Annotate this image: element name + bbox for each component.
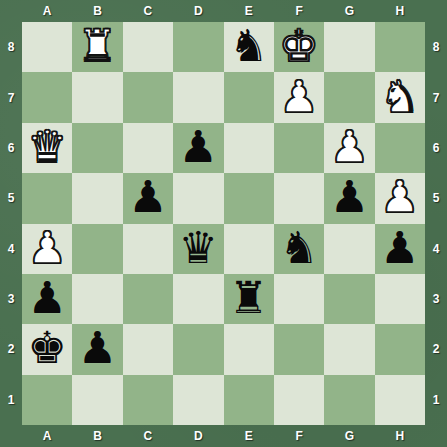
square-f2[interactable] bbox=[274, 324, 324, 374]
square-d1[interactable] bbox=[173, 375, 223, 425]
square-h5[interactable]: ♟ bbox=[375, 173, 425, 223]
square-b3[interactable] bbox=[72, 274, 122, 324]
square-a8[interactable] bbox=[22, 22, 72, 72]
square-f4[interactable]: ♞ bbox=[274, 224, 324, 274]
square-f1[interactable] bbox=[274, 375, 324, 425]
square-a7[interactable] bbox=[22, 72, 72, 122]
square-g3[interactable] bbox=[324, 274, 374, 324]
rank-label-6-left: 6 bbox=[0, 123, 22, 173]
square-c3[interactable] bbox=[123, 274, 173, 324]
file-label-c-top: C bbox=[123, 0, 173, 22]
file-label-b-top: B bbox=[72, 0, 122, 22]
square-b1[interactable] bbox=[72, 375, 122, 425]
piece-black-knight-f4[interactable]: ♞ bbox=[279, 226, 318, 270]
square-h8[interactable] bbox=[375, 22, 425, 72]
rank-label-2-left: 2 bbox=[0, 324, 22, 374]
square-d5[interactable] bbox=[173, 173, 223, 223]
square-c4[interactable] bbox=[123, 224, 173, 274]
square-c1[interactable] bbox=[123, 375, 173, 425]
piece-white-pawn-a4[interactable]: ♟ bbox=[27, 226, 66, 270]
piece-white-king-f8[interactable]: ♚ bbox=[279, 24, 318, 68]
piece-black-king-a2[interactable]: ♚ bbox=[27, 326, 66, 370]
square-c8[interactable] bbox=[123, 22, 173, 72]
square-g1[interactable] bbox=[324, 375, 374, 425]
square-e6[interactable] bbox=[224, 123, 274, 173]
square-d2[interactable] bbox=[173, 324, 223, 374]
piece-black-knight-e8[interactable]: ♞ bbox=[229, 24, 268, 68]
square-b4[interactable] bbox=[72, 224, 122, 274]
square-d7[interactable] bbox=[173, 72, 223, 122]
file-label-b-bottom: B bbox=[72, 425, 122, 447]
rank-label-1-left: 1 bbox=[0, 375, 22, 425]
square-b2[interactable]: ♟ bbox=[72, 324, 122, 374]
piece-white-knight-h7[interactable]: ♞ bbox=[380, 75, 419, 119]
square-a6[interactable]: ♛ bbox=[22, 123, 72, 173]
square-h7[interactable]: ♞ bbox=[375, 72, 425, 122]
piece-black-pawn-b2[interactable]: ♟ bbox=[78, 326, 117, 370]
square-h1[interactable] bbox=[375, 375, 425, 425]
square-a2[interactable]: ♚ bbox=[22, 324, 72, 374]
square-d3[interactable] bbox=[173, 274, 223, 324]
square-e1[interactable] bbox=[224, 375, 274, 425]
file-label-g-top: G bbox=[324, 0, 374, 22]
square-h4[interactable]: ♟ bbox=[375, 224, 425, 274]
square-e7[interactable] bbox=[224, 72, 274, 122]
square-e4[interactable] bbox=[224, 224, 274, 274]
file-label-h-bottom: H bbox=[375, 425, 425, 447]
square-c7[interactable] bbox=[123, 72, 173, 122]
square-f7[interactable]: ♟ bbox=[274, 72, 324, 122]
square-h2[interactable] bbox=[375, 324, 425, 374]
piece-black-pawn-g5[interactable]: ♟ bbox=[330, 175, 369, 219]
square-f3[interactable] bbox=[274, 274, 324, 324]
rank-label-5-right: 5 bbox=[425, 173, 447, 223]
piece-black-pawn-d6[interactable]: ♟ bbox=[179, 125, 218, 169]
square-d4[interactable]: ♛ bbox=[173, 224, 223, 274]
rank-label-4-left: 4 bbox=[0, 224, 22, 274]
rank-label-5-left: 5 bbox=[0, 173, 22, 223]
rank-label-3-left: 3 bbox=[0, 274, 22, 324]
square-g8[interactable] bbox=[324, 22, 374, 72]
file-label-f-top: F bbox=[274, 0, 324, 22]
square-h6[interactable] bbox=[375, 123, 425, 173]
rank-label-1-right: 1 bbox=[425, 375, 447, 425]
piece-black-pawn-c5[interactable]: ♟ bbox=[128, 175, 167, 219]
file-label-a-top: A bbox=[22, 0, 72, 22]
file-label-f-bottom: F bbox=[274, 425, 324, 447]
rank-label-7-right: 7 bbox=[425, 72, 447, 122]
piece-black-rook-e3[interactable]: ♜ bbox=[229, 276, 268, 320]
file-label-g-bottom: G bbox=[324, 425, 374, 447]
file-label-a-bottom: A bbox=[22, 425, 72, 447]
square-d8[interactable] bbox=[173, 22, 223, 72]
rank-label-7-left: 7 bbox=[0, 72, 22, 122]
rank-labels-right: 87654321 bbox=[425, 22, 447, 425]
square-c5[interactable]: ♟ bbox=[123, 173, 173, 223]
square-g7[interactable] bbox=[324, 72, 374, 122]
square-g5[interactable]: ♟ bbox=[324, 173, 374, 223]
rank-label-8-right: 8 bbox=[425, 22, 447, 72]
square-b6[interactable] bbox=[72, 123, 122, 173]
rank-labels-left: 87654321 bbox=[0, 22, 22, 425]
square-e5[interactable] bbox=[224, 173, 274, 223]
square-a5[interactable] bbox=[22, 173, 72, 223]
file-label-d-bottom: D bbox=[173, 425, 223, 447]
square-g4[interactable] bbox=[324, 224, 374, 274]
square-g6[interactable]: ♟ bbox=[324, 123, 374, 173]
square-c6[interactable] bbox=[123, 123, 173, 173]
file-label-c-bottom: C bbox=[123, 425, 173, 447]
file-labels-bottom: ABCDEFGH bbox=[22, 425, 425, 447]
file-label-e-top: E bbox=[224, 0, 274, 22]
piece-white-rook-b8[interactable]: ♜ bbox=[78, 24, 117, 68]
square-g2[interactable] bbox=[324, 324, 374, 374]
square-e8[interactable]: ♞ bbox=[224, 22, 274, 72]
piece-white-pawn-h5[interactable]: ♟ bbox=[380, 175, 419, 219]
square-d6[interactable]: ♟ bbox=[173, 123, 223, 173]
rank-label-4-right: 4 bbox=[425, 224, 447, 274]
piece-white-queen-a6[interactable]: ♛ bbox=[27, 125, 66, 169]
piece-black-pawn-h4[interactable]: ♟ bbox=[380, 226, 419, 270]
square-b5[interactable] bbox=[72, 173, 122, 223]
square-f5[interactable] bbox=[274, 173, 324, 223]
rank-label-2-right: 2 bbox=[425, 324, 447, 374]
square-c2[interactable] bbox=[123, 324, 173, 374]
square-a3[interactable]: ♟ bbox=[22, 274, 72, 324]
board: ♜♞♚♟♞♛♟♟♟♟♟♟♛♞♟♟♜♚♟ bbox=[22, 22, 425, 425]
square-b7[interactable] bbox=[72, 72, 122, 122]
square-f8[interactable]: ♚ bbox=[274, 22, 324, 72]
square-a4[interactable]: ♟ bbox=[22, 224, 72, 274]
square-h3[interactable] bbox=[375, 274, 425, 324]
rank-label-6-right: 6 bbox=[425, 123, 447, 173]
rank-label-3-right: 3 bbox=[425, 274, 447, 324]
file-label-d-top: D bbox=[173, 0, 223, 22]
square-f6[interactable] bbox=[274, 123, 324, 173]
square-a1[interactable] bbox=[22, 375, 72, 425]
file-labels-top: ABCDEFGH bbox=[22, 0, 425, 22]
square-e2[interactable] bbox=[224, 324, 274, 374]
piece-white-pawn-f7[interactable]: ♟ bbox=[279, 75, 318, 119]
file-label-h-top: H bbox=[375, 0, 425, 22]
file-label-e-bottom: E bbox=[224, 425, 274, 447]
piece-white-pawn-g6[interactable]: ♟ bbox=[330, 125, 369, 169]
piece-black-pawn-a3[interactable]: ♟ bbox=[27, 276, 66, 320]
square-b8[interactable]: ♜ bbox=[72, 22, 122, 72]
chess-board-frame: ABCDEFGH ABCDEFGH 87654321 87654321 ♜♞♚♟… bbox=[0, 0, 447, 447]
square-e3[interactable]: ♜ bbox=[224, 274, 274, 324]
piece-black-queen-d4[interactable]: ♛ bbox=[179, 226, 218, 270]
rank-label-8-left: 8 bbox=[0, 22, 22, 72]
